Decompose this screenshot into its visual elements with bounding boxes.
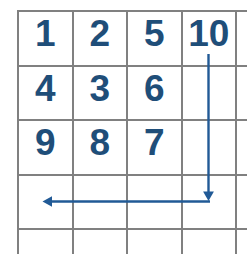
grid-cell-r1c1: 1 <box>19 12 72 65</box>
grid-cell-r5c3 <box>128 230 181 254</box>
grid-cell-r5c1 <box>19 230 72 254</box>
grid-cell-r3c1: 9 <box>19 121 72 174</box>
grid-cell-r4c5 <box>237 176 247 229</box>
grid-cell-r4c3 <box>128 176 181 229</box>
grid-cell-r2c5 <box>237 67 247 120</box>
grid-cell-r3c2: 8 <box>74 121 127 174</box>
grid-cell-r4c1 <box>19 176 72 229</box>
grid-cell-r5c2 <box>74 230 127 254</box>
grid-cell-r1c5 <box>237 12 247 65</box>
grid-cell-r1c4: 10 <box>183 12 236 65</box>
grid-cell-r3c5 <box>237 121 247 174</box>
grid-cell-r2c4 <box>183 67 236 120</box>
grid-cell-r3c4 <box>183 121 236 174</box>
grid-cell-r4c2 <box>74 176 127 229</box>
puzzle-board: 1 2 5 10 4 3 6 9 8 7 <box>0 0 247 254</box>
grid-cell-r2c2: 3 <box>74 67 127 120</box>
grid-cell-r1c2: 2 <box>74 12 127 65</box>
grid-cell-r1c3: 5 <box>128 12 181 65</box>
grid-cell-r2c1: 4 <box>19 67 72 120</box>
grid-cell-r5c5 <box>237 230 247 254</box>
grid-cell-r4c4 <box>183 176 236 229</box>
grid-cell-r5c4 <box>183 230 236 254</box>
grid-cell-r2c3: 6 <box>128 67 181 120</box>
number-grid: 1 2 5 10 4 3 6 9 8 7 <box>17 10 247 254</box>
grid-cell-r3c3: 7 <box>128 121 181 174</box>
